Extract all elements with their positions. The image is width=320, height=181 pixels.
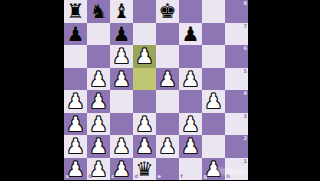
square-a2[interactable]: ♟ — [64, 135, 87, 158]
square-e8[interactable]: ♚ — [156, 0, 179, 23]
piece-black-pawn: ♟ — [113, 23, 131, 43]
rank-label-5: 5 — [244, 69, 247, 74]
square-d5[interactable] — [133, 68, 156, 91]
square-g2[interactable] — [202, 135, 225, 158]
piece-white-pawn: ♟ — [90, 113, 108, 133]
piece-black-bishop: ♝ — [113, 1, 131, 21]
square-e4[interactable] — [156, 90, 179, 113]
square-e1[interactable]: e — [156, 158, 179, 181]
square-b3[interactable]: ♟ — [87, 113, 110, 136]
piece-white-pawn: ♟ — [182, 68, 200, 88]
piece-black-king: ♚ — [159, 1, 177, 21]
square-a7[interactable]: ♟ — [64, 23, 87, 46]
square-c1[interactable]: ♟c — [110, 158, 133, 181]
square-a6[interactable] — [64, 45, 87, 68]
piece-white-pawn: ♟ — [67, 158, 85, 178]
video-frame: ♜♞♝♚8♟♟♟7♟♟6♟♟♟♟5♟♟♟4♟♟♟♟3♟♟♟♟♟♟2♟a♟b♟c♛… — [0, 0, 320, 180]
square-h3[interactable]: 3 — [225, 113, 248, 136]
rank-label-8: 8 — [244, 1, 247, 6]
piece-white-pawn: ♟ — [90, 91, 108, 111]
square-e7[interactable] — [156, 23, 179, 46]
piece-white-pawn: ♟ — [113, 68, 131, 88]
square-a5[interactable] — [64, 68, 87, 91]
square-h2[interactable]: 2 — [225, 135, 248, 158]
piece-white-pawn: ♟ — [113, 158, 131, 178]
square-h7[interactable]: 7 — [225, 23, 248, 46]
rank-label-6: 6 — [244, 46, 247, 51]
pillarbox-right — [248, 0, 320, 180]
square-e6[interactable] — [156, 45, 179, 68]
rank-label-2: 2 — [244, 136, 247, 141]
square-e5[interactable]: ♟ — [156, 68, 179, 91]
square-b6[interactable] — [87, 45, 110, 68]
square-c5[interactable]: ♟ — [110, 68, 133, 91]
square-a4[interactable]: ♟ — [64, 90, 87, 113]
piece-white-pawn: ♟ — [67, 113, 85, 133]
square-g6[interactable] — [202, 45, 225, 68]
file-label-f: f — [181, 174, 183, 179]
piece-white-pawn: ♟ — [67, 91, 85, 111]
rank-label-4: 4 — [244, 91, 247, 96]
square-c6[interactable]: ♟ — [110, 45, 133, 68]
square-h6[interactable]: 6 — [225, 45, 248, 68]
piece-white-pawn: ♟ — [182, 136, 200, 156]
square-g4[interactable]: ♟ — [202, 90, 225, 113]
rank-label-7: 7 — [244, 24, 247, 29]
square-f6[interactable] — [179, 45, 202, 68]
piece-white-pawn: ♟ — [136, 46, 154, 66]
square-b8[interactable]: ♞ — [87, 0, 110, 23]
square-b4[interactable]: ♟ — [87, 90, 110, 113]
square-b5[interactable]: ♟ — [87, 68, 110, 91]
piece-white-pawn: ♟ — [90, 158, 108, 178]
piece-white-pawn: ♟ — [182, 113, 200, 133]
rank-label-3: 3 — [244, 114, 247, 119]
piece-white-pawn: ♟ — [159, 136, 177, 156]
piece-white-pawn: ♟ — [136, 136, 154, 156]
square-d4[interactable] — [133, 90, 156, 113]
square-d8[interactable] — [133, 0, 156, 23]
square-c7[interactable]: ♟ — [110, 23, 133, 46]
watermark — [210, 168, 246, 175]
piece-white-pawn: ♟ — [205, 91, 223, 111]
piece-black-rook: ♜ — [67, 1, 85, 21]
square-g8[interactable] — [202, 0, 225, 23]
rank-label-1: 1 — [244, 159, 247, 164]
square-f1[interactable]: f — [179, 158, 202, 181]
piece-white-pawn: ♟ — [136, 113, 154, 133]
square-c2[interactable]: ♟ — [110, 135, 133, 158]
square-b7[interactable] — [87, 23, 110, 46]
piece-white-pawn: ♟ — [67, 136, 85, 156]
square-g7[interactable] — [202, 23, 225, 46]
square-c8[interactable]: ♝ — [110, 0, 133, 23]
square-a3[interactable]: ♟ — [64, 113, 87, 136]
piece-black-pawn: ♟ — [67, 23, 85, 43]
piece-black-queen: ♛ — [136, 158, 154, 178]
file-label-e: e — [158, 174, 161, 179]
square-c4[interactable] — [110, 90, 133, 113]
square-f8[interactable] — [179, 0, 202, 23]
piece-white-pawn: ♟ — [90, 68, 108, 88]
square-f7[interactable]: ♟ — [179, 23, 202, 46]
square-g5[interactable] — [202, 68, 225, 91]
square-d2[interactable]: ♟ — [133, 135, 156, 158]
piece-white-pawn: ♟ — [159, 68, 177, 88]
square-h8[interactable]: 8 — [225, 0, 248, 23]
pillarbox-left — [0, 0, 64, 180]
square-f4[interactable] — [179, 90, 202, 113]
square-d7[interactable] — [133, 23, 156, 46]
piece-white-pawn: ♟ — [90, 136, 108, 156]
square-h4[interactable]: 4 — [225, 90, 248, 113]
square-d1[interactable]: ♛d — [133, 158, 156, 181]
square-f3[interactable]: ♟ — [179, 113, 202, 136]
square-e3[interactable] — [156, 113, 179, 136]
square-b2[interactable]: ♟ — [87, 135, 110, 158]
square-d6[interactable]: ♟ — [133, 45, 156, 68]
square-b1[interactable]: ♟b — [87, 158, 110, 181]
square-c3[interactable] — [110, 113, 133, 136]
square-f5[interactable]: ♟ — [179, 68, 202, 91]
square-e2[interactable]: ♟ — [156, 135, 179, 158]
square-g3[interactable] — [202, 113, 225, 136]
piece-white-pawn: ♟ — [113, 136, 131, 156]
chess-board: ♜♞♝♚8♟♟♟7♟♟6♟♟♟♟5♟♟♟4♟♟♟♟3♟♟♟♟♟♟2♟a♟b♟c♛… — [64, 0, 248, 180]
piece-black-pawn: ♟ — [182, 23, 200, 43]
piece-black-knight: ♞ — [90, 1, 108, 21]
square-h5[interactable]: 5 — [225, 68, 248, 91]
piece-white-pawn: ♟ — [113, 46, 131, 66]
square-a1[interactable]: ♟a — [64, 158, 87, 181]
square-f2[interactable]: ♟ — [179, 135, 202, 158]
square-a8[interactable]: ♜ — [64, 0, 87, 23]
square-d3[interactable]: ♟ — [133, 113, 156, 136]
